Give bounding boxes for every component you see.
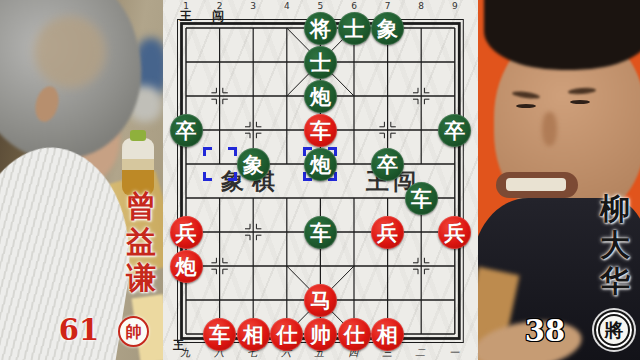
watermark-top: 王闯 [180,8,244,25]
left-player-photo [0,0,163,360]
left-player-scalp [34,16,106,88]
piece-red-仕[interactable]: 仕 [338,318,371,351]
name-char: 曾 [123,188,159,224]
piece-green-卒[interactable]: 卒 [170,114,203,147]
piece-red-兵[interactable]: 兵 [170,216,203,249]
name-char: 大 [597,227,633,263]
piece-red-车[interactable]: 车 [304,114,337,147]
piece-green-卒[interactable]: 卒 [371,148,404,181]
name-char: 谦 [123,260,159,296]
piece-green-车[interactable]: 车 [405,182,438,215]
piece-red-兵[interactable]: 兵 [438,216,471,249]
piece-green-炮[interactable]: 炮 [304,148,337,181]
file-label-top: 5 [314,1,326,11]
piece-green-士[interactable]: 士 [304,46,337,79]
piece-red-仕[interactable]: 仕 [270,318,303,351]
piece-green-象[interactable]: 象 [237,148,270,181]
piece-red-车[interactable]: 车 [203,318,236,351]
piece-green-车[interactable]: 车 [304,216,337,249]
file-label-top: 7 [382,1,394,11]
right-player-eye [516,104,536,108]
right-player-name: 柳 大 华 [597,191,633,299]
piece-green-卒[interactable]: 卒 [438,114,471,147]
piece-green-士[interactable]: 士 [338,12,371,45]
right-player-eye [570,100,590,104]
file-label-top: 6 [348,1,360,11]
file-label-top: 9 [449,1,461,11]
piece-red-相[interactable]: 相 [371,318,404,351]
name-char: 益 [123,224,159,260]
piece-red-帅[interactable]: 帅 [304,318,337,351]
black-general-badge-icon: 將 [594,310,634,350]
file-label-top: 4 [281,1,293,11]
red-general-badge-icon: 帥 [118,316,149,347]
right-player-smile [496,172,578,198]
piece-red-相[interactable]: 相 [237,318,270,351]
piece-green-象[interactable]: 象 [371,12,404,45]
move-from-marker [203,147,237,181]
file-label-top: 8 [415,1,427,11]
piece-green-炮[interactable]: 炮 [304,80,337,113]
file-label-top: 3 [247,1,259,11]
right-player-nose [542,112,557,146]
name-char: 华 [597,263,633,299]
piece-red-兵[interactable]: 兵 [371,216,404,249]
piece-red-炮[interactable]: 炮 [170,250,203,283]
left-player-name: 曾 益 谦 [123,188,159,296]
right-player-photo [478,0,640,360]
left-player-number: 61 [56,315,102,346]
name-char: 柳 [597,191,633,227]
right-player-number: 38 [522,316,568,347]
piece-red-马[interactable]: 马 [304,284,337,317]
right-player-hair [484,0,640,70]
video-frame: 123456789 九八七六五四三二一 王闯 王 象棋 王闯 将士象士炮卒车卒象… [0,0,640,360]
watermark-bottom: 王 [173,338,184,353]
piece-green-将[interactable]: 将 [304,12,337,45]
